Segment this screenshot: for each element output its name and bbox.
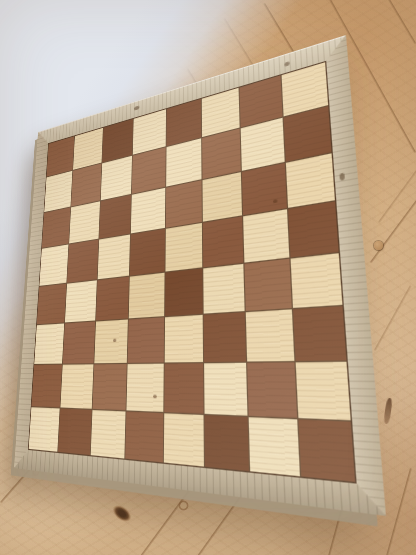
board-square[interactable] [92, 364, 126, 410]
board-square[interactable] [125, 411, 162, 462]
floor-knot [176, 498, 191, 513]
board-square[interactable] [165, 180, 201, 228]
board-square[interactable] [203, 263, 245, 313]
chessboard [14, 35, 386, 516]
board-square[interactable] [298, 419, 355, 482]
wood-knot-speck [113, 339, 116, 342]
board-square[interactable] [37, 283, 67, 324]
wood-knot-speck [153, 395, 157, 399]
board-square[interactable] [290, 253, 342, 308]
board-square[interactable] [61, 365, 94, 409]
board-square[interactable] [44, 171, 72, 212]
floor-knot [383, 398, 393, 425]
board-square[interactable] [165, 223, 202, 271]
board-square[interactable] [164, 315, 203, 363]
board-square[interactable] [58, 408, 91, 455]
board-square[interactable] [241, 118, 284, 170]
board-square[interactable] [293, 306, 347, 361]
board-square[interactable] [63, 321, 95, 363]
floor-plank-seam [378, 170, 416, 223]
wood-knot-speck [273, 199, 278, 203]
board-square[interactable] [32, 365, 63, 407]
board-square[interactable] [243, 209, 288, 262]
floor-dowel-peg [374, 241, 383, 250]
board-square[interactable] [204, 312, 247, 362]
board-square[interactable] [247, 363, 296, 418]
board-square[interactable] [242, 163, 286, 215]
board-square[interactable] [166, 139, 202, 187]
board-square[interactable] [29, 407, 60, 452]
board-square[interactable] [97, 235, 130, 279]
board-square[interactable] [249, 417, 300, 477]
board-square[interactable] [42, 207, 71, 248]
board-square[interactable] [94, 319, 128, 363]
board-square[interactable] [132, 148, 165, 194]
board-square[interactable] [164, 364, 204, 414]
floor-plank-seam [386, 468, 412, 555]
board-square[interactable] [129, 272, 164, 318]
board-square[interactable] [130, 229, 165, 275]
board-square[interactable] [99, 195, 131, 239]
floor-knot [106, 499, 137, 528]
board-square[interactable] [204, 415, 249, 472]
board-square[interactable] [245, 258, 292, 311]
board-square[interactable] [101, 156, 132, 200]
board-square[interactable] [288, 202, 339, 257]
board-square[interactable] [204, 363, 248, 415]
board-square[interactable] [96, 276, 129, 320]
board-square[interactable] [39, 245, 68, 286]
board-square[interactable] [163, 413, 203, 467]
board-square[interactable] [202, 129, 241, 179]
floor-plank-seam [386, 0, 416, 44]
board-square[interactable] [90, 410, 125, 459]
photo-scene [0, 0, 416, 555]
board-square[interactable] [65, 280, 96, 322]
board-square[interactable] [246, 309, 294, 362]
board-square[interactable] [131, 188, 165, 234]
board-square[interactable] [202, 172, 242, 222]
board-square[interactable] [127, 364, 164, 412]
floor-plank-seam [374, 285, 412, 351]
board-square[interactable] [71, 164, 101, 206]
board-square[interactable] [285, 153, 335, 208]
board-square[interactable] [34, 323, 64, 364]
board-square[interactable] [295, 362, 350, 420]
floor-plank-seam [370, 200, 416, 263]
board-square[interactable] [128, 317, 164, 363]
board-square[interactable] [67, 240, 98, 282]
board-square[interactable] [165, 268, 203, 316]
board-square[interactable] [69, 201, 99, 243]
board-square[interactable] [203, 217, 244, 267]
